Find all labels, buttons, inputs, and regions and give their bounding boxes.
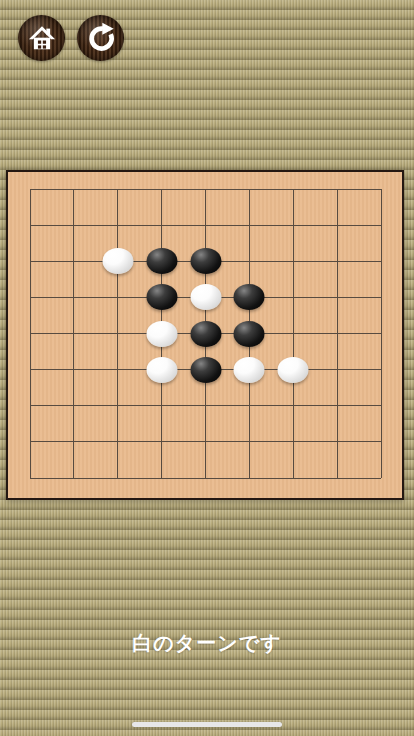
white-stone <box>234 357 265 383</box>
home-indicator[interactable] <box>132 722 282 727</box>
reset-icon <box>85 22 117 54</box>
grid-line-horizontal <box>30 478 381 479</box>
grid-line-horizontal <box>30 441 381 442</box>
white-stone <box>102 248 133 274</box>
black-stone <box>146 248 177 274</box>
reset-button[interactable] <box>77 15 124 61</box>
white-stone <box>278 357 309 383</box>
black-stone <box>234 284 265 310</box>
white-stone <box>146 357 177 383</box>
white-stone <box>190 284 221 310</box>
grid-line-horizontal <box>30 405 381 406</box>
board-grid[interactable] <box>30 189 381 478</box>
home-icon <box>27 23 57 53</box>
turn-status-text: 白のターンです <box>0 630 414 657</box>
black-stone <box>190 357 221 383</box>
grid-line-vertical <box>381 189 382 478</box>
grid-line-vertical <box>337 189 338 478</box>
black-stone <box>146 284 177 310</box>
grid-line-vertical <box>293 189 294 478</box>
black-stone <box>190 321 221 347</box>
game-board[interactable] <box>6 170 404 500</box>
home-button[interactable] <box>18 15 65 61</box>
app-screen: 白のターンです <box>0 0 414 736</box>
white-stone <box>146 321 177 347</box>
black-stone <box>234 321 265 347</box>
black-stone <box>190 248 221 274</box>
